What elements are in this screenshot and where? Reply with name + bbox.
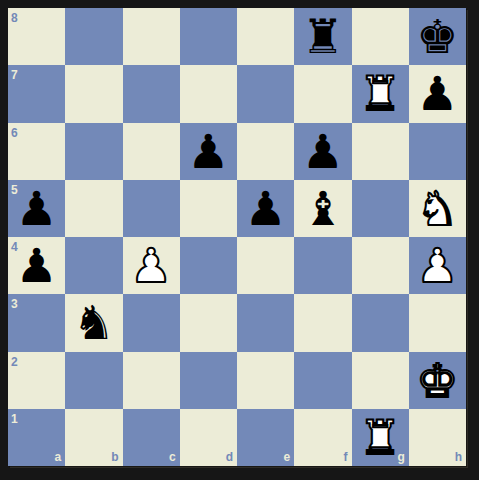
square-a1[interactable]: 1a <box>8 409 65 466</box>
square-a2[interactable]: 2 <box>8 352 65 409</box>
square-a8[interactable]: 8 <box>8 8 65 65</box>
square-f5[interactable]: ♝ <box>294 180 351 237</box>
rank-label-2: 2 <box>11 356 18 368</box>
square-a4[interactable]: 4♟ <box>8 237 65 294</box>
square-h3[interactable] <box>409 294 466 351</box>
file-label-f: f <box>344 451 348 463</box>
white-king-h2[interactable]: ♚ <box>409 352 466 409</box>
white-rook-g1[interactable]: ♜ <box>352 409 409 466</box>
square-c8[interactable] <box>123 8 180 65</box>
square-c1[interactable]: c <box>123 409 180 466</box>
rank-label-8: 8 <box>11 12 18 24</box>
square-b5[interactable] <box>65 180 122 237</box>
square-h5[interactable]: ♞ <box>409 180 466 237</box>
square-e7[interactable] <box>237 65 294 122</box>
square-f3[interactable] <box>294 294 351 351</box>
square-c3[interactable] <box>123 294 180 351</box>
rank-label-7: 7 <box>11 69 18 81</box>
black-bishop-f5[interactable]: ♝ <box>294 180 351 237</box>
square-e6[interactable] <box>237 123 294 180</box>
square-e5[interactable]: ♟ <box>237 180 294 237</box>
square-e8[interactable] <box>237 8 294 65</box>
square-g1[interactable]: g♜ <box>352 409 409 466</box>
white-rook-g7[interactable]: ♜ <box>352 65 409 122</box>
black-pawn-f6[interactable]: ♟ <box>294 123 351 180</box>
chessboard-screen: 8♜♚7♜♟6♟♟5♟♟♝♞4♟♟♟3♞2♚1abcdefg♜h <box>0 0 479 480</box>
square-g3[interactable] <box>352 294 409 351</box>
black-pawn-a4[interactable]: ♟ <box>8 237 65 294</box>
rank-label-6: 6 <box>11 127 18 139</box>
square-b2[interactable] <box>65 352 122 409</box>
square-e3[interactable] <box>237 294 294 351</box>
black-pawn-a5[interactable]: ♟ <box>8 180 65 237</box>
black-pawn-e5[interactable]: ♟ <box>237 180 294 237</box>
square-f1[interactable]: f <box>294 409 351 466</box>
square-b8[interactable] <box>65 8 122 65</box>
square-g2[interactable] <box>352 352 409 409</box>
square-d4[interactable] <box>180 237 237 294</box>
black-pawn-d6[interactable]: ♟ <box>180 123 237 180</box>
square-d6[interactable]: ♟ <box>180 123 237 180</box>
square-c7[interactable] <box>123 65 180 122</box>
square-a6[interactable]: 6 <box>8 123 65 180</box>
square-g7[interactable]: ♜ <box>352 65 409 122</box>
square-d2[interactable] <box>180 352 237 409</box>
white-pawn-c4[interactable]: ♟ <box>123 237 180 294</box>
square-e2[interactable] <box>237 352 294 409</box>
rank-label-3: 3 <box>11 298 18 310</box>
square-g6[interactable] <box>352 123 409 180</box>
square-h7[interactable]: ♟ <box>409 65 466 122</box>
square-d3[interactable] <box>180 294 237 351</box>
square-f2[interactable] <box>294 352 351 409</box>
file-label-c: c <box>169 451 176 463</box>
square-g8[interactable] <box>352 8 409 65</box>
white-pawn-h4[interactable]: ♟ <box>409 237 466 294</box>
square-a5[interactable]: 5♟ <box>8 180 65 237</box>
square-g4[interactable] <box>352 237 409 294</box>
square-b1[interactable]: b <box>65 409 122 466</box>
square-f7[interactable] <box>294 65 351 122</box>
square-h2[interactable]: ♚ <box>409 352 466 409</box>
black-rook-f8[interactable]: ♜ <box>294 8 351 65</box>
chess-board: 8♜♚7♜♟6♟♟5♟♟♝♞4♟♟♟3♞2♚1abcdefg♜h <box>8 8 466 466</box>
square-e1[interactable]: e <box>237 409 294 466</box>
square-f6[interactable]: ♟ <box>294 123 351 180</box>
square-d1[interactable]: d <box>180 409 237 466</box>
square-b4[interactable] <box>65 237 122 294</box>
file-label-e: e <box>284 451 291 463</box>
file-label-h: h <box>455 451 462 463</box>
black-king-h8[interactable]: ♚ <box>409 8 466 65</box>
white-knight-h5[interactable]: ♞ <box>409 180 466 237</box>
square-b6[interactable] <box>65 123 122 180</box>
square-b7[interactable] <box>65 65 122 122</box>
square-c2[interactable] <box>123 352 180 409</box>
square-d8[interactable] <box>180 8 237 65</box>
square-h4[interactable]: ♟ <box>409 237 466 294</box>
file-label-b: b <box>111 451 118 463</box>
black-pawn-h7[interactable]: ♟ <box>409 65 466 122</box>
square-d5[interactable] <box>180 180 237 237</box>
file-label-a: a <box>55 451 62 463</box>
square-f8[interactable]: ♜ <box>294 8 351 65</box>
square-a7[interactable]: 7 <box>8 65 65 122</box>
square-c6[interactable] <box>123 123 180 180</box>
square-c4[interactable]: ♟ <box>123 237 180 294</box>
square-g5[interactable] <box>352 180 409 237</box>
square-a3[interactable]: 3 <box>8 294 65 351</box>
square-b3[interactable]: ♞ <box>65 294 122 351</box>
rank-label-1: 1 <box>11 413 18 425</box>
square-h6[interactable] <box>409 123 466 180</box>
file-label-d: d <box>226 451 233 463</box>
square-h1[interactable]: h <box>409 409 466 466</box>
black-knight-b3[interactable]: ♞ <box>65 294 122 351</box>
square-c5[interactable] <box>123 180 180 237</box>
square-f4[interactable] <box>294 237 351 294</box>
square-d7[interactable] <box>180 65 237 122</box>
square-e4[interactable] <box>237 237 294 294</box>
square-h8[interactable]: ♚ <box>409 8 466 65</box>
